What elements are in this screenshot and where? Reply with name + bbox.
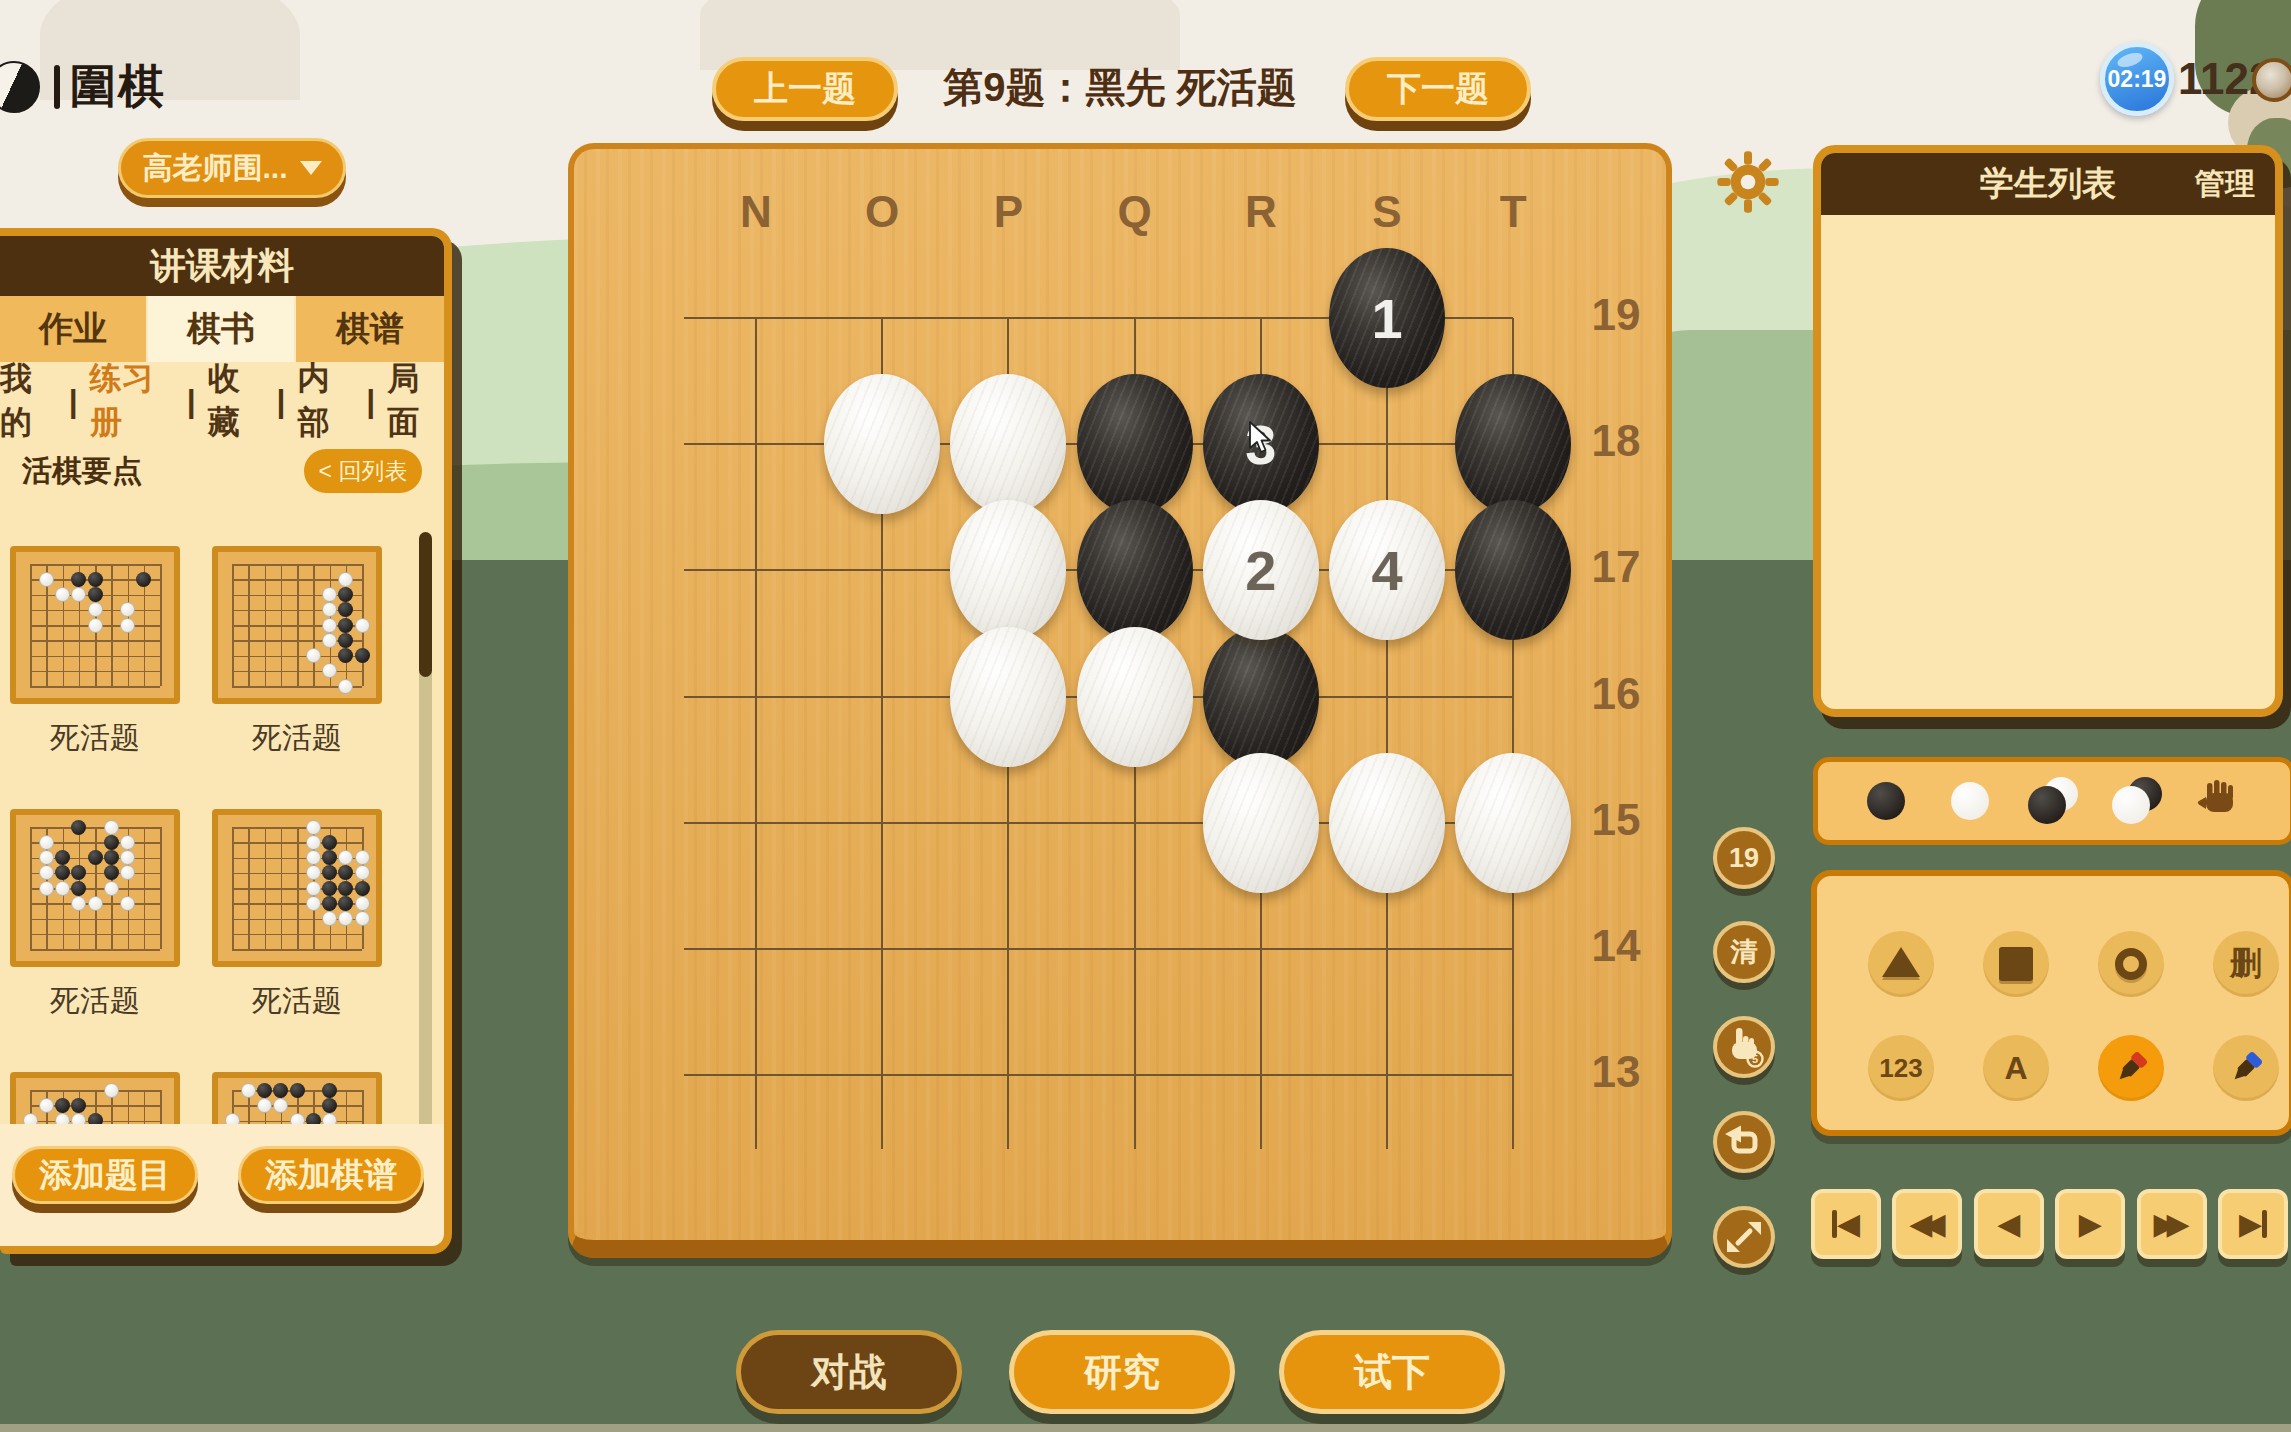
bottom-strip — [0, 1424, 2291, 1432]
black-stone — [338, 602, 353, 617]
thumbnail-board — [10, 546, 180, 704]
black-stone — [355, 881, 370, 896]
black-stone-T18[interactable] — [1455, 374, 1571, 514]
row-label-18: 18 — [1576, 416, 1656, 466]
fast-back-icon: ◀◀ — [1909, 1209, 1935, 1239]
white-stone — [71, 896, 86, 911]
filter-separator: | — [277, 383, 286, 420]
teacher-dropdown-label: 高老师围... — [142, 148, 287, 189]
mouse-cursor — [1249, 421, 1275, 457]
white-stone-P16[interactable] — [950, 627, 1066, 767]
black-stone — [257, 1083, 272, 1098]
white-stone — [39, 881, 54, 896]
teacher-dropdown[interactable]: 高老师围... — [118, 138, 346, 198]
filter-separator: | — [187, 383, 196, 420]
tab-棋谱[interactable]: 棋谱 — [296, 296, 444, 362]
white-stone — [306, 865, 321, 880]
white-stone — [104, 881, 119, 896]
tool-pencil-#2e5bd7-button[interactable] — [2213, 1035, 2279, 1101]
black-stone — [338, 881, 353, 896]
last-icon: ▶ — [2239, 1209, 2262, 1239]
section-label: 活棋要点 — [22, 451, 142, 492]
grid-line — [30, 949, 160, 951]
grid-line — [755, 318, 757, 1149]
chevron-down-icon — [300, 161, 322, 175]
white-stone — [322, 633, 337, 648]
black-stone — [290, 1083, 305, 1098]
white-stone — [306, 896, 321, 911]
white-stone — [55, 587, 70, 602]
tool-A-button[interactable]: A — [1983, 1035, 2049, 1101]
thumbnail-label: 死活题 — [212, 718, 382, 759]
column-label-P: P — [978, 187, 1038, 237]
black-stone-Q17[interactable] — [1077, 500, 1193, 640]
column-label-O: O — [852, 187, 912, 237]
grid-line — [30, 640, 160, 642]
white-stone — [355, 865, 370, 880]
filter-我的[interactable]: 我的 — [0, 357, 57, 445]
black-stone — [338, 587, 353, 602]
thumbnail-label: 死活题 — [10, 981, 180, 1022]
black-stone — [104, 850, 119, 865]
white-stone — [241, 1083, 256, 1098]
pointer-button[interactable]: 5 — [1713, 1016, 1775, 1078]
white-stone — [120, 850, 135, 865]
grid-line — [160, 564, 162, 686]
black-stone — [88, 572, 103, 587]
white-stone — [355, 618, 370, 633]
black-stone — [71, 820, 86, 835]
stone-selector-bar — [1813, 757, 2291, 845]
grid-line — [297, 827, 299, 949]
white-stone — [104, 820, 119, 835]
white-stone — [39, 1098, 54, 1113]
black-stone — [55, 865, 70, 880]
row-label-17: 17 — [1576, 542, 1656, 592]
white-stone — [39, 572, 54, 587]
black-stone — [104, 835, 119, 850]
grid-line — [232, 671, 362, 673]
white-stone-P18[interactable] — [950, 374, 1066, 514]
white-stone — [306, 820, 321, 835]
grid-line — [232, 934, 362, 936]
go-board[interactable]: 19181716151413NOPQRST1324 — [568, 143, 1672, 1258]
filter-separator: | — [366, 383, 375, 420]
grid-line — [297, 564, 299, 686]
annotation-tools-panel: 删123A — [1811, 870, 2291, 1136]
white-stone — [120, 896, 135, 911]
column-label-S: S — [1357, 187, 1417, 237]
white-stone — [322, 911, 337, 926]
logo-stone-icon — [0, 61, 40, 113]
white-stone-R17[interactable]: 2 — [1203, 500, 1319, 640]
add-kifu-button[interactable]: 添加棋谱 — [238, 1146, 424, 1204]
logo-text: 圍棋 — [70, 56, 166, 118]
black-stone — [88, 850, 103, 865]
previous-problem-button[interactable]: 上一题 — [712, 57, 898, 121]
filter-separator: | — [69, 383, 78, 420]
grid-line — [232, 949, 362, 951]
black-stone — [338, 618, 353, 633]
white-stone-icon — [2112, 786, 2150, 824]
forward-icon: ▶ — [2079, 1209, 2102, 1239]
white-stone — [55, 881, 70, 896]
grid-line — [30, 671, 160, 673]
tab-棋书[interactable]: 棋书 — [148, 296, 296, 362]
black-stone — [71, 1098, 86, 1113]
app-window: 圍棋 上一题 第9题：黑先 死活题 下一题 02:19 1122 高老师围...… — [0, 0, 2291, 1432]
grid-line — [144, 827, 146, 949]
fast-forward-icon: ▶▶ — [2154, 1209, 2180, 1239]
column-label-N: N — [726, 187, 786, 237]
white-stone — [88, 602, 103, 617]
white-stone — [39, 850, 54, 865]
selector-black-stone[interactable] — [1860, 777, 1912, 825]
column-label-T: T — [1483, 187, 1543, 237]
scrollbar-thumb[interactable] — [419, 532, 432, 677]
grid-line — [111, 564, 113, 686]
battle-button[interactable]: 对战 — [736, 1330, 962, 1414]
last-icon — [2262, 1210, 2267, 1238]
tool-triangle-button[interactable] — [1868, 931, 1934, 997]
black-stone — [55, 850, 70, 865]
filter-内部[interactable]: 内部 — [298, 357, 355, 445]
grid-line — [160, 827, 162, 949]
back-to-list-button[interactable]: < 回列表 — [304, 449, 422, 493]
white-stone-T15[interactable] — [1455, 753, 1571, 893]
white-stone — [322, 663, 337, 678]
column-label-Q: Q — [1105, 187, 1165, 237]
white-stone — [39, 865, 54, 880]
white-stone — [88, 896, 103, 911]
grid-line — [30, 656, 160, 658]
white-stone — [104, 1083, 119, 1098]
black-stone-Q18[interactable] — [1077, 374, 1193, 514]
black-stone — [338, 865, 353, 880]
white-stone — [355, 896, 370, 911]
problem-thumbnail[interactable]: 死活题 — [212, 809, 382, 1022]
white-stone — [120, 618, 135, 633]
black-stone — [322, 850, 337, 865]
white-stone — [322, 587, 337, 602]
research-button[interactable]: 研究 — [1009, 1330, 1235, 1414]
lecture-material-panel: 讲课材料 作业棋书棋谱 我的|练习册|收藏|内部|局面 活棋要点 < 回列表 死… — [0, 228, 452, 1254]
square-icon — [1999, 947, 2033, 981]
black-stone — [322, 865, 337, 880]
filter-局面[interactable]: 局面 — [387, 357, 444, 445]
nav-back-button[interactable]: ◀ — [1974, 1189, 2044, 1259]
triangle-icon — [1882, 947, 1920, 977]
white-stone — [120, 602, 135, 617]
gear-icon[interactable] — [1716, 150, 1780, 214]
tool-circle-button[interactable] — [2098, 931, 2164, 997]
white-stone — [338, 850, 353, 865]
white-stone — [338, 572, 353, 587]
thumbnail-label: 死活题 — [10, 718, 180, 759]
move-number: 2 — [1203, 500, 1319, 640]
row-label-16: 16 — [1576, 669, 1656, 719]
thumbnail-board — [212, 546, 382, 704]
white-stone — [120, 835, 135, 850]
white-stone-P17[interactable] — [950, 500, 1066, 640]
black-stone — [55, 1098, 70, 1113]
filter-收藏[interactable]: 收藏 — [208, 357, 265, 445]
add-problem-button[interactable]: 添加题目 — [12, 1146, 198, 1204]
section-row: 活棋要点 < 回列表 — [0, 440, 444, 502]
filter-练习册[interactable]: 练习册 — [90, 357, 175, 445]
black-stone — [322, 896, 337, 911]
white-stone — [120, 865, 135, 880]
white-stone — [257, 1098, 272, 1113]
black-stone — [136, 572, 151, 587]
white-stone-Q16[interactable] — [1077, 627, 1193, 767]
column-label-R: R — [1231, 187, 1291, 237]
black-stone-S19[interactable]: 1 — [1329, 248, 1445, 388]
thumbnail-board — [212, 809, 382, 967]
grid-line — [30, 919, 160, 921]
tool-pencil-#d63a1e-button[interactable] — [2098, 1035, 2164, 1101]
problem-title: 第9题：黑先 死活题 — [940, 60, 1300, 115]
white-stone — [338, 911, 353, 926]
first-icon: ◀ — [1837, 1209, 1860, 1239]
back-icon: ◀ — [1997, 1209, 2020, 1239]
black-stone-R16[interactable] — [1203, 627, 1319, 767]
black-stone — [338, 633, 353, 648]
white-stone-O18[interactable] — [824, 374, 940, 514]
white-stone — [338, 679, 353, 694]
student-list-title: 学生列表 — [1980, 161, 2116, 207]
timer-badge: 02:19 — [2100, 42, 2174, 116]
problem-thumbnail[interactable]: 死活题 — [10, 546, 180, 759]
grid-line — [95, 827, 97, 949]
student-list-panel: 学生列表 管理 — [1813, 145, 2283, 717]
white-stone — [306, 850, 321, 865]
circle-icon — [2115, 948, 2147, 980]
row-label-19: 19 — [1576, 290, 1656, 340]
student-list-header: 学生列表 管理 — [1821, 153, 2275, 215]
tool-square-button[interactable] — [1983, 931, 2049, 997]
selector-white-black-stone[interactable] — [2112, 777, 2164, 825]
white-stone — [71, 587, 86, 602]
grid-line — [30, 934, 160, 936]
black-stone — [71, 881, 86, 896]
black-stone — [355, 648, 370, 663]
black-stone — [322, 1083, 337, 1098]
nav-fast-forward-button[interactable]: ▶▶ — [2137, 1189, 2207, 1259]
panel-title: 讲课材料 — [0, 236, 444, 296]
black-stone-icon — [1867, 782, 1905, 820]
svg-text:5: 5 — [1752, 1053, 1758, 1065]
problem-thumbnail[interactable]: 死活题 — [212, 546, 382, 759]
black-stone — [322, 835, 337, 850]
white-stone — [355, 911, 370, 926]
white-stone — [306, 648, 321, 663]
app-logo: 圍棋 — [0, 56, 166, 118]
move-number: 1 — [1329, 248, 1445, 388]
logo-divider — [54, 65, 60, 109]
float-button-清[interactable]: 清 — [1713, 921, 1775, 983]
next-problem-button[interactable]: 下一题 — [1345, 57, 1531, 121]
black-stone-T17[interactable] — [1455, 500, 1571, 640]
sidebar-tabs: 作业棋书棋谱 — [0, 296, 444, 362]
selector-white-stone[interactable] — [1944, 777, 1996, 825]
nav-fast-back-button[interactable]: ◀◀ — [1892, 1189, 1962, 1259]
selector-hand-icon[interactable] — [2196, 777, 2248, 825]
avatar[interactable] — [2252, 58, 2291, 102]
tool-123-button[interactable]: 123 — [1868, 1035, 1934, 1101]
rotate-button[interactable] — [1713, 1111, 1775, 1173]
thumbnail-board — [10, 809, 180, 967]
row-label-14: 14 — [1576, 921, 1656, 971]
grid-line — [30, 686, 160, 688]
expand-button[interactable] — [1713, 1206, 1775, 1268]
move-number: 4 — [1329, 500, 1445, 640]
white-stone — [273, 1098, 288, 1113]
black-stone — [71, 865, 86, 880]
black-stone — [88, 587, 103, 602]
sidebar-footer: 添加题目 添加棋谱 — [0, 1124, 444, 1246]
white-stone — [322, 602, 337, 617]
try-move-button[interactable]: 试下 — [1279, 1330, 1505, 1414]
manage-link[interactable]: 管理 — [2195, 153, 2255, 215]
white-stone-R15[interactable] — [1203, 753, 1319, 893]
tool-删-button[interactable]: 删 — [2213, 931, 2279, 997]
black-stone — [322, 1098, 337, 1113]
black-stone-icon — [2028, 786, 2066, 824]
white-stone — [306, 881, 321, 896]
black-stone — [273, 1083, 288, 1098]
black-stone — [104, 865, 119, 880]
white-stone-S15[interactable] — [1329, 753, 1445, 893]
thumbnail-label: 死活题 — [212, 981, 382, 1022]
white-stone — [39, 835, 54, 850]
white-stone-S17[interactable]: 4 — [1329, 500, 1445, 640]
black-stone — [338, 896, 353, 911]
float-button-19[interactable]: 19 — [1713, 827, 1775, 889]
nav-last-button[interactable]: ▶ — [2218, 1189, 2288, 1259]
nav-forward-button[interactable]: ▶ — [2055, 1189, 2125, 1259]
black-stone — [71, 572, 86, 587]
nav-first-button[interactable]: ◀ — [1811, 1189, 1881, 1259]
grid-line — [1386, 318, 1388, 1149]
tab-作业[interactable]: 作业 — [0, 296, 148, 362]
grid-line — [684, 1074, 1513, 1076]
filter-row: 我的|练习册|收藏|内部|局面 — [0, 362, 444, 440]
white-stone-icon — [1951, 782, 1989, 820]
black-stone — [338, 648, 353, 663]
white-stone — [306, 835, 321, 850]
selector-black-white-stone[interactable] — [2028, 777, 2080, 825]
white-stone — [322, 618, 337, 633]
row-label-15: 15 — [1576, 795, 1656, 845]
problem-thumbnail[interactable]: 死活题 — [10, 809, 180, 1022]
row-label-13: 13 — [1576, 1047, 1656, 1097]
white-stone — [355, 850, 370, 865]
black-stone — [322, 881, 337, 896]
grid-line — [313, 564, 315, 686]
grid-line — [684, 948, 1513, 950]
white-stone — [88, 618, 103, 633]
